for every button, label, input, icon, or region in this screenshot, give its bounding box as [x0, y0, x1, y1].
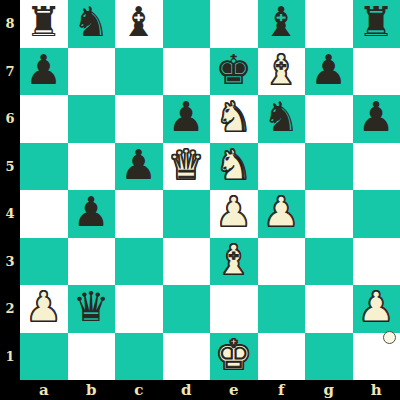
white-knight-e6: ♞ [215, 97, 252, 138]
rank-label-5: 5 [0, 143, 20, 191]
square-a6[interactable] [20, 95, 68, 143]
square-d2[interactable] [163, 285, 211, 333]
square-b7[interactable] [68, 48, 116, 96]
square-c6[interactable] [115, 95, 163, 143]
square-b5[interactable] [68, 143, 116, 191]
square-a2[interactable]: ♟ [20, 285, 68, 333]
black-pawn-g7: ♟ [310, 50, 347, 91]
square-h4[interactable] [353, 190, 400, 238]
black-rook-a8: ♜ [25, 2, 62, 43]
square-a8[interactable]: ♜ [20, 0, 68, 48]
square-c8[interactable]: ♝ [115, 0, 163, 48]
white-bishop-e3: ♝ [215, 240, 252, 281]
square-d7[interactable] [163, 48, 211, 96]
square-e1[interactable]: ♚ [210, 333, 258, 381]
square-b6[interactable] [68, 95, 116, 143]
square-g5[interactable] [305, 143, 353, 191]
square-c1[interactable] [115, 333, 163, 381]
square-b1[interactable] [68, 333, 116, 381]
square-g2[interactable] [305, 285, 353, 333]
square-h7[interactable] [353, 48, 400, 96]
square-f8[interactable]: ♝ [258, 0, 306, 48]
white-to-move-indicator [383, 331, 396, 344]
black-pawn-c5: ♟ [120, 145, 157, 186]
square-e7[interactable]: ♚ [210, 48, 258, 96]
file-label-e: e [210, 380, 258, 400]
black-knight-b8: ♞ [73, 2, 110, 43]
white-king-e1: ♚ [215, 335, 252, 376]
rank-label-1: 1 [0, 333, 20, 381]
square-e5[interactable]: ♞ [210, 143, 258, 191]
square-f5[interactable] [258, 143, 306, 191]
black-king-e7: ♚ [215, 50, 252, 91]
square-f1[interactable] [258, 333, 306, 381]
square-h3[interactable] [353, 238, 400, 286]
square-b8[interactable]: ♞ [68, 0, 116, 48]
file-label-a: a [20, 380, 68, 400]
square-c7[interactable] [115, 48, 163, 96]
square-g8[interactable] [305, 0, 353, 48]
rank-labels: 87654321 [0, 0, 20, 380]
file-labels: abcdefgh [20, 380, 400, 400]
rank-label-2: 2 [0, 285, 20, 333]
square-e2[interactable] [210, 285, 258, 333]
square-f3[interactable] [258, 238, 306, 286]
chess-board: ♜♞♝♝♜♟♚♝♟♟♞♞♟♟♛♞♟♟♟♝♟♛♟♚ [20, 0, 400, 380]
square-d1[interactable] [163, 333, 211, 381]
square-a3[interactable] [20, 238, 68, 286]
white-pawn-h2: ♟ [358, 287, 395, 328]
black-bishop-f8: ♝ [263, 2, 300, 43]
black-pawn-b4: ♟ [73, 192, 110, 233]
black-queen-b2: ♛ [73, 287, 110, 328]
chess-puzzle-screenshot: 87654321 ♜♞♝♝♜♟♚♝♟♟♞♞♟♟♛♞♟♟♟♝♟♛♟♚ abcdef… [0, 0, 400, 400]
square-e4[interactable]: ♟ [210, 190, 258, 238]
file-label-g: g [305, 380, 353, 400]
square-e8[interactable] [210, 0, 258, 48]
black-pawn-d6: ♟ [168, 97, 205, 138]
square-f4[interactable]: ♟ [258, 190, 306, 238]
file-label-c: c [115, 380, 163, 400]
square-f7[interactable]: ♝ [258, 48, 306, 96]
square-c2[interactable] [115, 285, 163, 333]
square-a7[interactable]: ♟ [20, 48, 68, 96]
black-bishop-c8: ♝ [120, 2, 157, 43]
rank-label-8: 8 [0, 0, 20, 48]
white-bishop-f7: ♝ [263, 50, 300, 91]
white-knight-e5: ♞ [215, 145, 252, 186]
black-rook-h8: ♜ [358, 2, 395, 43]
square-g3[interactable] [305, 238, 353, 286]
square-d4[interactable] [163, 190, 211, 238]
rank-label-4: 4 [0, 190, 20, 238]
square-e6[interactable]: ♞ [210, 95, 258, 143]
square-h6[interactable]: ♟ [353, 95, 400, 143]
square-g7[interactable]: ♟ [305, 48, 353, 96]
square-c5[interactable]: ♟ [115, 143, 163, 191]
square-g4[interactable] [305, 190, 353, 238]
square-d6[interactable]: ♟ [163, 95, 211, 143]
square-g1[interactable] [305, 333, 353, 381]
white-pawn-e4: ♟ [215, 192, 252, 233]
square-d8[interactable] [163, 0, 211, 48]
square-a4[interactable] [20, 190, 68, 238]
square-b2[interactable]: ♛ [68, 285, 116, 333]
black-pawn-a7: ♟ [25, 50, 62, 91]
file-label-h: h [353, 380, 400, 400]
square-a1[interactable] [20, 333, 68, 381]
square-f2[interactable] [258, 285, 306, 333]
square-d5[interactable]: ♛ [163, 143, 211, 191]
square-d3[interactable] [163, 238, 211, 286]
rank-label-3: 3 [0, 238, 20, 286]
square-g6[interactable] [305, 95, 353, 143]
square-c3[interactable] [115, 238, 163, 286]
rank-label-7: 7 [0, 48, 20, 96]
square-b3[interactable] [68, 238, 116, 286]
square-h8[interactable]: ♜ [353, 0, 400, 48]
square-a5[interactable] [20, 143, 68, 191]
square-h5[interactable] [353, 143, 400, 191]
file-label-d: d [163, 380, 211, 400]
square-h2[interactable]: ♟ [353, 285, 400, 333]
rank-label-6: 6 [0, 95, 20, 143]
square-b4[interactable]: ♟ [68, 190, 116, 238]
square-c4[interactable] [115, 190, 163, 238]
file-label-f: f [258, 380, 306, 400]
white-queen-d5: ♛ [168, 145, 205, 186]
black-knight-f6: ♞ [263, 97, 300, 138]
white-pawn-f4: ♟ [263, 192, 300, 233]
black-pawn-h6: ♟ [358, 97, 395, 138]
square-f6[interactable]: ♞ [258, 95, 306, 143]
white-pawn-a2: ♟ [25, 287, 62, 328]
square-e3[interactable]: ♝ [210, 238, 258, 286]
file-label-b: b [68, 380, 116, 400]
